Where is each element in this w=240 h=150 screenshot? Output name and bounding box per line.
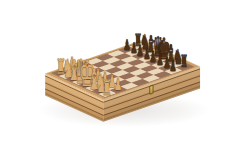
brass-clasp-icon — [149, 85, 153, 95]
chess-set-photo: ♜♞♝♛♚♝♞♜♟♟♟♟♟♟♟♟♟♟♟♟♟♟♟♟♜♞♝♛♚♝♞♜ — [0, 0, 240, 150]
